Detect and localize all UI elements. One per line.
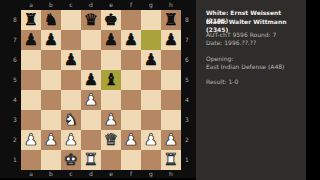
square-d7[interactable]	[81, 30, 101, 50]
event-line: AUT-chT 9596 Round: 7	[206, 31, 304, 39]
piece-black-rook-a8[interactable]: ♜	[24, 10, 38, 30]
square-h8[interactable]: ♜	[161, 10, 181, 30]
rank-labels-right: 87654321	[183, 10, 191, 170]
file-label-f: f	[121, 169, 141, 178]
piece-white-pawn-g2[interactable]: ♟	[144, 130, 158, 150]
rank-label-1: 1	[183, 150, 191, 170]
rank-label-8: 8	[183, 10, 191, 30]
square-e3[interactable]: ♟	[101, 110, 121, 130]
square-d6[interactable]	[81, 50, 101, 70]
piece-black-pawn-c6[interactable]: ♟	[64, 50, 78, 70]
piece-white-pawn-e3[interactable]: ♟	[104, 110, 118, 130]
piece-white-rook-d1[interactable]: ♜	[84, 150, 98, 170]
piece-black-pawn-f7[interactable]: ♟	[124, 30, 138, 50]
file-label-g: g	[141, 169, 161, 178]
square-a5[interactable]	[21, 70, 41, 90]
square-d4[interactable]: ♟	[81, 90, 101, 110]
square-h7[interactable]: ♟	[161, 30, 181, 50]
square-b6[interactable]	[41, 50, 61, 70]
square-a1[interactable]	[21, 150, 41, 170]
square-b8[interactable]: ♞	[41, 10, 61, 30]
square-b1[interactable]	[41, 150, 61, 170]
piece-white-pawn-a2[interactable]: ♟	[24, 130, 38, 150]
square-a3[interactable]	[21, 110, 41, 130]
square-f1[interactable]	[121, 150, 141, 170]
square-c1[interactable]: ♚	[61, 150, 81, 170]
square-e1[interactable]	[101, 150, 121, 170]
square-b7[interactable]: ♟	[41, 30, 61, 50]
square-d8[interactable]: ♛	[81, 10, 101, 30]
square-a4[interactable]	[21, 90, 41, 110]
square-b3[interactable]	[41, 110, 61, 130]
square-g8[interactable]	[141, 10, 161, 30]
square-g2[interactable]: ♟	[141, 130, 161, 150]
square-c6[interactable]: ♟	[61, 50, 81, 70]
rank-label-7: 7	[11, 30, 19, 50]
file-label-a: a	[21, 169, 41, 178]
piece-white-queen-e2[interactable]: ♛	[104, 130, 118, 150]
piece-white-rook-h1[interactable]: ♜	[164, 150, 178, 170]
game-info-panel: White: Ernst Weissent (2195) Black: Walt…	[196, 0, 306, 180]
square-d1[interactable]: ♜	[81, 150, 101, 170]
file-label-b: b	[41, 0, 61, 9]
file-label-d: d	[81, 169, 101, 178]
square-h3[interactable]	[161, 110, 181, 130]
square-f3[interactable]	[121, 110, 141, 130]
square-c7[interactable]	[61, 30, 81, 50]
square-f8[interactable]	[121, 10, 141, 30]
file-label-e: e	[101, 169, 121, 178]
file-label-g: g	[141, 0, 161, 9]
rank-label-8: 8	[11, 10, 19, 30]
square-f5[interactable]	[121, 70, 141, 90]
square-a6[interactable]	[21, 50, 41, 70]
file-labels-top: abcdefgh	[21, 0, 181, 9]
piece-white-pawn-c2[interactable]: ♟	[64, 130, 78, 150]
square-d5[interactable]: ♟	[81, 70, 101, 90]
piece-black-pawn-b7[interactable]: ♟	[44, 30, 58, 50]
file-label-c: c	[61, 169, 81, 178]
square-g6[interactable]: ♟	[141, 50, 161, 70]
piece-white-pawn-h2[interactable]: ♟	[164, 130, 178, 150]
square-c2[interactable]: ♟	[61, 130, 81, 150]
square-h2[interactable]: ♟	[161, 130, 181, 150]
rank-label-4: 4	[183, 90, 191, 110]
square-f6[interactable]	[121, 50, 141, 70]
square-b2[interactable]: ♟	[41, 130, 61, 150]
square-h4[interactable]	[161, 90, 181, 110]
piece-black-rook-h8[interactable]: ♜	[164, 10, 178, 30]
square-d2[interactable]	[81, 130, 101, 150]
square-g5[interactable]	[141, 70, 161, 90]
piece-black-pawn-a7[interactable]: ♟	[24, 30, 38, 50]
piece-black-pawn-e7[interactable]: ♟	[104, 30, 118, 50]
rank-label-4: 4	[11, 90, 19, 110]
square-f2[interactable]: ♟	[121, 130, 141, 150]
piece-black-knight-b8[interactable]: ♞	[44, 10, 58, 30]
board-region: abcdefgh abcdefgh 87654321 87654321 ♜♞♛♚…	[0, 0, 196, 178]
file-label-f: f	[121, 0, 141, 9]
square-b4[interactable]	[41, 90, 61, 110]
rank-label-5: 5	[11, 70, 19, 90]
square-a2[interactable]: ♟	[21, 130, 41, 150]
result-line: Result: 1-0	[206, 78, 304, 86]
opening-name: East Indian Defense (A48)	[206, 63, 304, 71]
square-h5[interactable]	[161, 70, 181, 90]
rank-label-2: 2	[11, 130, 19, 150]
piece-black-pawn-d5[interactable]: ♟	[84, 70, 98, 90]
rank-label-3: 3	[183, 110, 191, 130]
square-e8[interactable]: ♚	[101, 10, 121, 30]
rank-label-6: 6	[183, 50, 191, 70]
square-c5[interactable]	[61, 70, 81, 90]
square-g1[interactable]	[141, 150, 161, 170]
rank-label-7: 7	[183, 30, 191, 50]
square-e6[interactable]	[101, 50, 121, 70]
square-e7[interactable]: ♟	[101, 30, 121, 50]
piece-white-pawn-b2[interactable]: ♟	[44, 130, 58, 150]
file-labels-bottom: abcdefgh	[21, 169, 181, 178]
piece-white-pawn-d4[interactable]: ♟	[84, 90, 98, 110]
file-label-c: c	[61, 0, 81, 9]
chess-board: ♜♞♛♚♜♟♟♟♟♟♟♟♟♝♟♞♟♟♟♟♛♟♟♟♚♜♜	[21, 10, 181, 170]
opening-label: Opening:	[206, 55, 304, 63]
square-h1[interactable]: ♜	[161, 150, 181, 170]
square-b5[interactable]	[41, 70, 61, 90]
rank-label-6: 6	[11, 50, 19, 70]
square-f7[interactable]: ♟	[121, 30, 141, 50]
square-d3[interactable]	[81, 110, 101, 130]
file-label-e: e	[101, 0, 121, 9]
file-label-h: h	[161, 0, 181, 9]
square-c3[interactable]: ♞	[61, 110, 81, 130]
rank-labels-left: 87654321	[11, 10, 19, 170]
square-c4[interactable]	[61, 90, 81, 110]
square-g7[interactable]	[141, 30, 161, 50]
file-label-b: b	[41, 169, 61, 178]
piece-white-knight-c3[interactable]: ♞	[64, 110, 78, 130]
video-frame: abcdefgh abcdefgh 87654321 87654321 ♜♞♛♚…	[0, 0, 320, 180]
piece-black-bishop-e5[interactable]: ♝	[104, 70, 118, 90]
square-e2[interactable]: ♛	[101, 130, 121, 150]
square-e4[interactable]	[101, 90, 121, 110]
piece-black-pawn-h7[interactable]: ♟	[164, 30, 178, 50]
rank-label-5: 5	[183, 70, 191, 90]
square-a8[interactable]: ♜	[21, 10, 41, 30]
file-label-a: a	[21, 0, 41, 9]
rank-label-2: 2	[183, 130, 191, 150]
piece-black-queen-d8[interactable]: ♛	[84, 10, 98, 30]
square-e5[interactable]: ♝	[101, 70, 121, 90]
piece-white-pawn-f2[interactable]: ♟	[124, 130, 138, 150]
piece-white-king-c1[interactable]: ♚	[64, 150, 78, 170]
square-g3[interactable]	[141, 110, 161, 130]
piece-black-pawn-g6[interactable]: ♟	[144, 50, 158, 70]
square-h6[interactable]	[161, 50, 181, 70]
rank-label-3: 3	[11, 110, 19, 130]
rank-label-1: 1	[11, 150, 19, 170]
file-label-h: h	[161, 169, 181, 178]
file-label-d: d	[81, 0, 101, 9]
square-a7[interactable]: ♟	[21, 30, 41, 50]
square-f4[interactable]	[121, 90, 141, 110]
square-c8[interactable]	[61, 10, 81, 30]
piece-black-king-e8[interactable]: ♚	[104, 10, 118, 30]
square-g4[interactable]	[141, 90, 161, 110]
date-line: Date: 1996.??.??	[206, 39, 304, 47]
